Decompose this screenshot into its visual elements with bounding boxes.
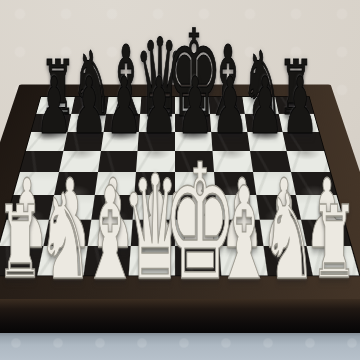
- black-pawn-icon: ♟: [247, 67, 284, 145]
- black-pawn-icon: ♟: [106, 67, 143, 145]
- black-pawn-icon: ♟: [282, 67, 319, 145]
- chess-photo-scene: ♜♞♝♛♚♝♞♜♟♟♟♟♟♟♟♟♟♟♟♟♟♟♟♟♜♞♝♛♚♝♞♜: [0, 0, 360, 360]
- white-knight-icon: ♞: [262, 178, 317, 296]
- table-surface: [0, 333, 360, 360]
- black-pawn-icon: ♟: [35, 67, 72, 145]
- pieces-layer: ♜♞♝♛♚♝♞♜♟♟♟♟♟♟♟♟♟♟♟♟♟♟♟♟♜♞♝♛♚♝♞♜: [0, 0, 360, 360]
- black-pawn-icon: ♟: [71, 67, 108, 145]
- white-rook-icon: ♜: [311, 193, 358, 293]
